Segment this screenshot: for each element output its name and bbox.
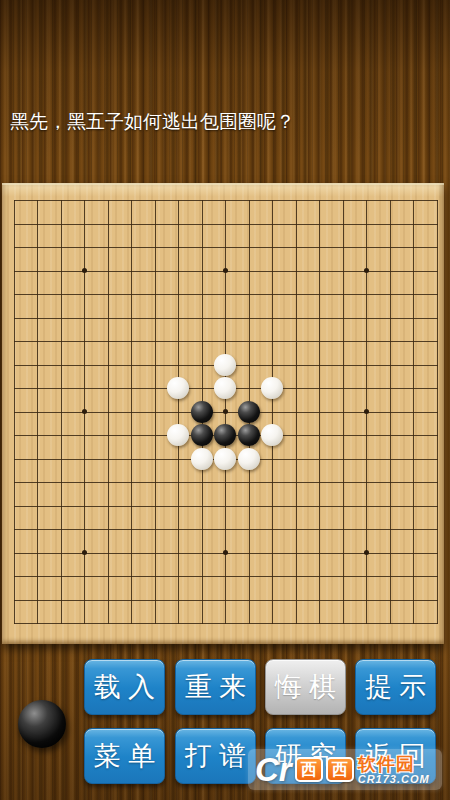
grid-line-horizontal: [14, 623, 438, 624]
star-point: [223, 550, 228, 555]
star-point: [82, 550, 87, 555]
app-screen: 黑先，黑五子如何逃出包围圈呢？ 载入 重来 悔棋 提示 菜单 打谱 研究 返回 …: [0, 0, 450, 800]
undo-button[interactable]: 悔棋: [265, 659, 346, 715]
watermark-domain-text: CR173.COM: [358, 773, 430, 785]
star-point: [82, 409, 87, 414]
stone-black: [238, 424, 260, 446]
replay-button[interactable]: 打谱: [175, 728, 256, 784]
stone-black: [238, 401, 260, 423]
grid-line-vertical: [437, 200, 438, 624]
stone-white: [214, 377, 236, 399]
watermark-xi-box-1: 西: [295, 757, 323, 782]
star-point: [364, 409, 369, 414]
grid-line-horizontal: [14, 482, 438, 483]
star-point: [82, 268, 87, 273]
board-grid: [14, 200, 437, 623]
go-board[interactable]: [2, 183, 444, 644]
star-point: [223, 268, 228, 273]
grid-line-vertical: [296, 200, 297, 624]
grid-line-horizontal: [14, 600, 438, 601]
grid-line-vertical: [272, 200, 273, 624]
grid-line-horizontal: [14, 576, 438, 577]
stone-white: [167, 377, 189, 399]
stone-white: [214, 354, 236, 376]
turn-indicator-black-stone: [18, 700, 66, 748]
star-point: [364, 268, 369, 273]
grid-line-vertical: [390, 200, 391, 624]
watermark: Cr 西 西 软件园 CR173.COM: [248, 749, 442, 790]
stone-white: [261, 377, 283, 399]
watermark-xi-box-2: 西: [326, 757, 354, 782]
stone-black: [191, 424, 213, 446]
stone-black: [191, 401, 213, 423]
grid-line-vertical: [319, 200, 320, 624]
grid-line-horizontal: [14, 506, 438, 507]
grid-line-horizontal: [14, 529, 438, 530]
watermark-site-text: 软件园: [358, 755, 430, 773]
stone-white: [261, 424, 283, 446]
star-point: [364, 550, 369, 555]
stone-black: [214, 424, 236, 446]
load-button[interactable]: 载入: [84, 659, 165, 715]
restart-button[interactable]: 重来: [175, 659, 256, 715]
stone-white: [167, 424, 189, 446]
grid-line-vertical: [413, 200, 414, 624]
puzzle-prompt: 黑先，黑五子如何逃出包围圈呢？: [10, 110, 440, 134]
star-point: [223, 409, 228, 414]
grid-line-vertical: [343, 200, 344, 624]
watermark-logo: Cr: [255, 749, 292, 790]
stone-white: [191, 448, 213, 470]
menu-button[interactable]: 菜单: [84, 728, 165, 784]
stone-white: [214, 448, 236, 470]
hint-button[interactable]: 提示: [355, 659, 436, 715]
stone-white: [238, 448, 260, 470]
